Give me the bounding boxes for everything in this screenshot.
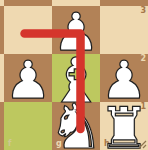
rank-label-3: 3: [140, 7, 146, 15]
square-h3[interactable]: 3: [100, 6, 148, 54]
square-f2[interactable]: ♟: [4, 54, 52, 102]
square-g1[interactable]: ♞g: [52, 102, 100, 150]
white-knight-g1[interactable]: ♞: [48, 96, 104, 150]
chess-board: ♟3♟♝♟2f♞g♜h1: [0, 0, 148, 150]
chess-board-corner-screenshot: ♟3♟♝♟2f♞g♜h1: [0, 0, 148, 150]
white-pawn-f2[interactable]: ♟: [5, 54, 52, 106]
square-h1[interactable]: ♜h1: [100, 102, 148, 150]
file-label-f: f: [8, 140, 11, 148]
square-f3[interactable]: [4, 6, 52, 54]
board-resize-handle-icon[interactable]: [138, 140, 147, 149]
